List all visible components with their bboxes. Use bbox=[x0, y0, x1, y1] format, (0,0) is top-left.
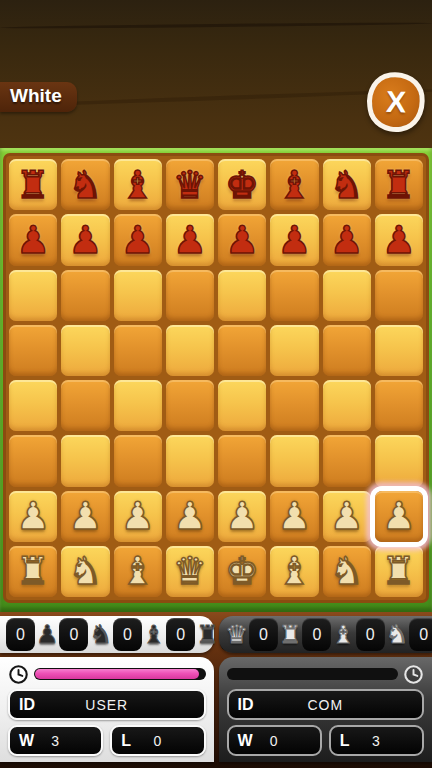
square-b3[interactable] bbox=[61, 435, 109, 486]
captured-pawn-counter: 0♟ bbox=[6, 618, 59, 651]
white-knight-piece: ♞ bbox=[68, 552, 102, 590]
square-a6[interactable] bbox=[9, 270, 57, 321]
captured-bishop-counter: ♝0 bbox=[331, 618, 384, 651]
user-losses-value: 0 bbox=[112, 733, 203, 749]
square-g5[interactable] bbox=[323, 325, 371, 376]
square-g2[interactable]: ♟ bbox=[323, 491, 371, 542]
capture-count: 0 bbox=[166, 618, 195, 651]
clock-icon bbox=[403, 664, 424, 685]
captured-knight-counter: 0♞ bbox=[59, 618, 112, 651]
capture-count: 0 bbox=[59, 618, 88, 651]
com-wins-value: 0 bbox=[229, 733, 320, 749]
square-f7[interactable]: ♟ bbox=[270, 214, 318, 265]
white-bishop-piece: ♝ bbox=[277, 552, 311, 590]
square-h7[interactable]: ♟ bbox=[375, 214, 423, 265]
square-g3[interactable] bbox=[323, 435, 371, 486]
white-pawn-piece: ♟ bbox=[225, 497, 259, 535]
black-bishop-piece: ♝ bbox=[121, 166, 155, 204]
square-a8[interactable]: ♜ bbox=[9, 159, 57, 210]
black-pawn-piece: ♟ bbox=[16, 221, 50, 259]
com-column: ♛0♜0♝0♞0♟0 ID COM W bbox=[219, 616, 432, 762]
board-grass-frame: ♜♞♝♛♚♝♞♜♟♟♟♟♟♟♟♟♟♟♟♟♟♟♟♟♜♞♝♛♚♝♞♜ bbox=[0, 148, 432, 612]
user-id-value: USER bbox=[10, 697, 204, 713]
capture-count: 0 bbox=[6, 618, 35, 651]
square-e4[interactable] bbox=[218, 380, 266, 431]
square-g7[interactable]: ♟ bbox=[323, 214, 371, 265]
close-x-icon: X bbox=[385, 87, 406, 118]
square-d8[interactable]: ♛ bbox=[166, 159, 214, 210]
square-f1[interactable]: ♝ bbox=[270, 546, 318, 597]
square-g1[interactable]: ♞ bbox=[323, 546, 371, 597]
white-pawn-piece: ♟ bbox=[277, 497, 311, 535]
square-d1[interactable]: ♛ bbox=[166, 546, 214, 597]
user-timer-track bbox=[34, 668, 206, 680]
black-bishop-piece: ♝ bbox=[277, 166, 311, 204]
square-f6[interactable] bbox=[270, 270, 318, 321]
capture-count: 0 bbox=[113, 618, 142, 651]
square-e1[interactable]: ♚ bbox=[218, 546, 266, 597]
square-f2[interactable]: ♟ bbox=[270, 491, 318, 542]
black-king-piece: ♚ bbox=[225, 166, 259, 204]
pawn-icon: ♟ bbox=[36, 622, 58, 647]
com-timer-track bbox=[227, 668, 399, 680]
square-d7[interactable]: ♟ bbox=[166, 214, 214, 265]
black-pawn-piece: ♟ bbox=[121, 221, 155, 259]
square-h1[interactable]: ♜ bbox=[375, 546, 423, 597]
white-knight-piece: ♞ bbox=[330, 552, 364, 590]
square-b5[interactable] bbox=[61, 325, 109, 376]
capture-count: 0 bbox=[249, 618, 278, 651]
square-d2[interactable]: ♟ bbox=[166, 491, 214, 542]
black-rook-piece: ♜ bbox=[382, 166, 416, 204]
user-timer bbox=[8, 664, 206, 684]
black-knight-piece: ♞ bbox=[68, 166, 102, 204]
capture-count: 0 bbox=[356, 618, 385, 651]
square-b4[interactable] bbox=[61, 380, 109, 431]
captured-bishop-counter: 0♝ bbox=[113, 618, 166, 651]
com-id-row: ID COM bbox=[227, 689, 425, 720]
capture-count: 0 bbox=[302, 618, 331, 651]
white-rook-piece: ♜ bbox=[382, 552, 416, 590]
com-losses-box: L 3 bbox=[329, 725, 424, 756]
user-column: 0♟0♞0♝0♜0♛ ID USER W bbox=[0, 616, 214, 762]
black-pawn-piece: ♟ bbox=[68, 221, 102, 259]
square-d5[interactable] bbox=[166, 325, 214, 376]
knight-icon: ♞ bbox=[386, 622, 408, 647]
rook-icon: ♜ bbox=[196, 622, 218, 647]
square-e2[interactable]: ♟ bbox=[218, 491, 266, 542]
square-c8[interactable]: ♝ bbox=[114, 159, 162, 210]
square-b8[interactable]: ♞ bbox=[61, 159, 109, 210]
black-rook-piece: ♜ bbox=[16, 166, 50, 204]
square-b1[interactable]: ♞ bbox=[61, 546, 109, 597]
white-pawn-piece: ♟ bbox=[121, 497, 155, 535]
square-g4[interactable] bbox=[323, 380, 371, 431]
captured-queen-counter: ♛0 bbox=[225, 618, 278, 651]
square-b7[interactable]: ♟ bbox=[61, 214, 109, 265]
square-a2[interactable]: ♟ bbox=[9, 491, 57, 542]
com-info-panel: ID COM W 0 L 3 bbox=[219, 657, 432, 762]
white-bishop-piece: ♝ bbox=[121, 552, 155, 590]
turn-indicator-badge: White bbox=[0, 82, 77, 112]
square-b2[interactable]: ♟ bbox=[61, 491, 109, 542]
white-pawn-piece: ♟ bbox=[68, 497, 102, 535]
square-h5[interactable] bbox=[375, 325, 423, 376]
square-h2[interactable]: ♟ bbox=[375, 491, 423, 542]
square-a1[interactable]: ♜ bbox=[9, 546, 57, 597]
user-wins-box: W 3 bbox=[8, 725, 103, 756]
square-c4[interactable] bbox=[114, 380, 162, 431]
square-f8[interactable]: ♝ bbox=[270, 159, 318, 210]
square-c1[interactable]: ♝ bbox=[114, 546, 162, 597]
square-c7[interactable]: ♟ bbox=[114, 214, 162, 265]
user-info-panel: ID USER W 3 L 0 bbox=[0, 657, 214, 762]
square-c3[interactable] bbox=[114, 435, 162, 486]
black-pawn-piece: ♟ bbox=[225, 221, 259, 259]
white-pawn-piece: ♟ bbox=[16, 497, 50, 535]
com-record-row: W 0 L 3 bbox=[227, 725, 425, 756]
captured-rook-counter: ♜0 bbox=[278, 618, 331, 651]
black-pawn-piece: ♟ bbox=[330, 221, 364, 259]
square-d4[interactable] bbox=[166, 380, 214, 431]
square-h6[interactable] bbox=[375, 270, 423, 321]
user-losses-box: L 0 bbox=[110, 725, 205, 756]
user-timer-fill bbox=[35, 669, 199, 679]
square-e7[interactable]: ♟ bbox=[218, 214, 266, 265]
square-e5[interactable] bbox=[218, 325, 266, 376]
black-pawn-piece: ♟ bbox=[173, 221, 207, 259]
white-queen-piece: ♛ bbox=[173, 552, 207, 590]
user-capture-tray: 0♟0♞0♝0♜0♛ bbox=[0, 616, 214, 653]
com-id-value: COM bbox=[229, 697, 423, 713]
capture-count: 0 bbox=[409, 618, 432, 651]
white-pawn-piece: ♟ bbox=[382, 497, 416, 535]
user-wins-value: 3 bbox=[10, 733, 101, 749]
captured-rook-counter: 0♜ bbox=[166, 618, 219, 651]
com-timer bbox=[227, 664, 425, 684]
black-knight-piece: ♞ bbox=[330, 166, 364, 204]
square-e8[interactable]: ♚ bbox=[218, 159, 266, 210]
bishop-icon: ♝ bbox=[143, 622, 165, 647]
bottom-hud: 0♟0♞0♝0♜0♛ ID USER W bbox=[0, 612, 432, 768]
square-a3[interactable] bbox=[9, 435, 57, 486]
square-h8[interactable]: ♜ bbox=[375, 159, 423, 210]
black-pawn-piece: ♟ bbox=[277, 221, 311, 259]
square-a7[interactable]: ♟ bbox=[9, 214, 57, 265]
knight-icon: ♞ bbox=[89, 622, 111, 647]
white-pawn-piece: ♟ bbox=[330, 497, 364, 535]
com-losses-value: 3 bbox=[331, 733, 422, 749]
square-c6[interactable] bbox=[114, 270, 162, 321]
square-g8[interactable]: ♞ bbox=[323, 159, 371, 210]
queen-icon: ♛ bbox=[226, 622, 248, 647]
com-wins-box: W 0 bbox=[227, 725, 322, 756]
square-f3[interactable] bbox=[270, 435, 318, 486]
white-pawn-piece: ♟ bbox=[173, 497, 207, 535]
com-capture-tray: ♛0♜0♝0♞0♟0 bbox=[219, 616, 432, 653]
square-a4[interactable] bbox=[9, 380, 57, 431]
square-g6[interactable] bbox=[323, 270, 371, 321]
clock-icon bbox=[8, 664, 29, 685]
square-d3[interactable] bbox=[166, 435, 214, 486]
user-record-row: W 3 L 0 bbox=[8, 725, 206, 756]
rook-icon: ♜ bbox=[279, 622, 301, 647]
black-queen-piece: ♛ bbox=[173, 166, 207, 204]
bishop-icon: ♝ bbox=[332, 622, 354, 647]
chess-board: ♜♞♝♛♚♝♞♜♟♟♟♟♟♟♟♟♟♟♟♟♟♟♟♟♜♞♝♛♚♝♞♜ bbox=[6, 156, 426, 600]
square-e3[interactable] bbox=[218, 435, 266, 486]
black-pawn-piece: ♟ bbox=[382, 221, 416, 259]
square-e6[interactable] bbox=[218, 270, 266, 321]
square-f4[interactable] bbox=[270, 380, 318, 431]
white-king-piece: ♚ bbox=[225, 552, 259, 590]
square-d6[interactable] bbox=[166, 270, 214, 321]
captured-knight-counter: ♞0 bbox=[385, 618, 432, 651]
user-id-row: ID USER bbox=[8, 689, 206, 720]
square-h4[interactable] bbox=[375, 380, 423, 431]
square-c5[interactable] bbox=[114, 325, 162, 376]
close-button[interactable]: X bbox=[363, 68, 429, 135]
square-a5[interactable] bbox=[9, 325, 57, 376]
square-c2[interactable]: ♟ bbox=[114, 491, 162, 542]
white-rook-piece: ♜ bbox=[16, 552, 50, 590]
square-f5[interactable] bbox=[270, 325, 318, 376]
square-b6[interactable] bbox=[61, 270, 109, 321]
chess-game-screen: White X ♜♞♝♛♚♝♞♜♟♟♟♟♟♟♟♟♟♟♟♟♟♟♟♟♜♞♝♛♚♝♞♜… bbox=[0, 0, 432, 768]
square-h3[interactable] bbox=[375, 435, 423, 486]
